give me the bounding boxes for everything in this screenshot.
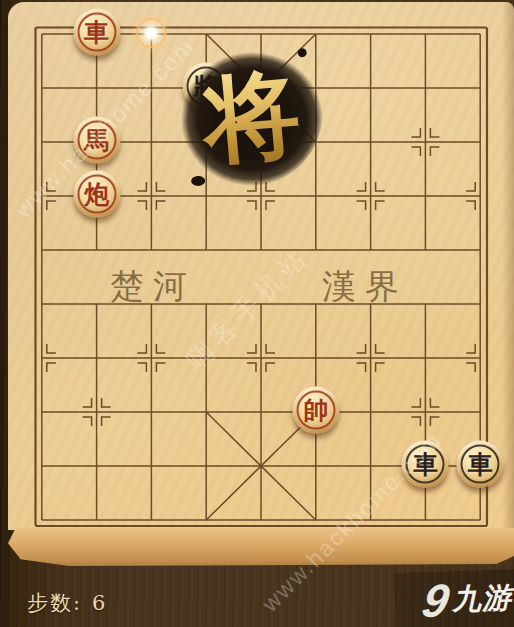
piece-red-chariot[interactable]: 車: [73, 9, 120, 56]
piece-black-chariot[interactable]: 車: [402, 441, 449, 488]
piece-red-cannon[interactable]: 炮: [73, 171, 120, 218]
jiuyou-logo-icon: 9: [419, 577, 453, 624]
piece-red-horse[interactable]: 馬: [73, 117, 120, 164]
piece-character: 炮: [73, 171, 120, 218]
step-counter: 步数:6: [27, 589, 107, 617]
board-front-edge: [8, 528, 514, 566]
check-announcement-stamp: 将: [179, 50, 326, 189]
river-label-left: 楚河: [110, 264, 196, 310]
step-counter-value: 6: [92, 591, 107, 615]
piece-character: 車: [402, 441, 449, 488]
piece-character: 馬: [73, 117, 120, 164]
piece-black-chariot[interactable]: 車: [457, 441, 504, 488]
xiangqi-game-screen: 楚河 漢界 車將馬炮帥車車 将 www.hackhome.com 嗨客手机站 w…: [0, 0, 514, 627]
piece-character: 車: [457, 441, 504, 488]
piece-character: 帥: [292, 387, 339, 434]
check-stamp-character: 将: [175, 46, 328, 192]
jiuyou-brand-text: 九游: [451, 578, 512, 620]
watermark-backdrop: 9 九游: [394, 569, 514, 627]
step-counter-label: 步数:: [27, 591, 82, 615]
piece-character: 車: [73, 9, 120, 56]
last-move-marker-icon: [136, 18, 166, 48]
river-label-right: 漢界: [322, 264, 408, 310]
piece-red-general[interactable]: 帥: [292, 387, 339, 434]
